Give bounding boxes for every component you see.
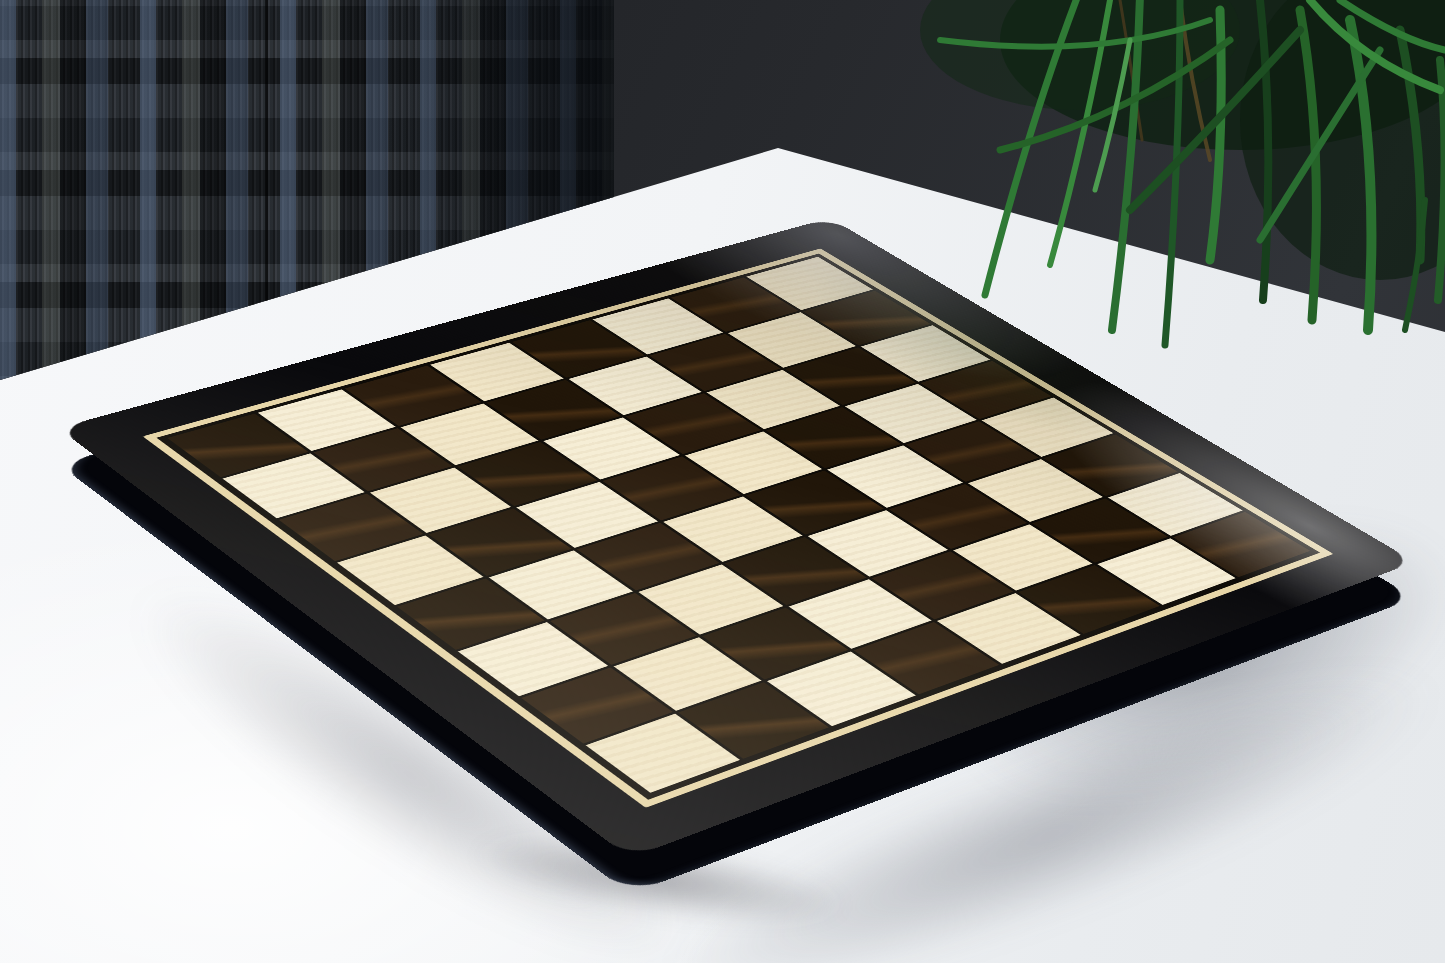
scene	[0, 0, 1445, 963]
